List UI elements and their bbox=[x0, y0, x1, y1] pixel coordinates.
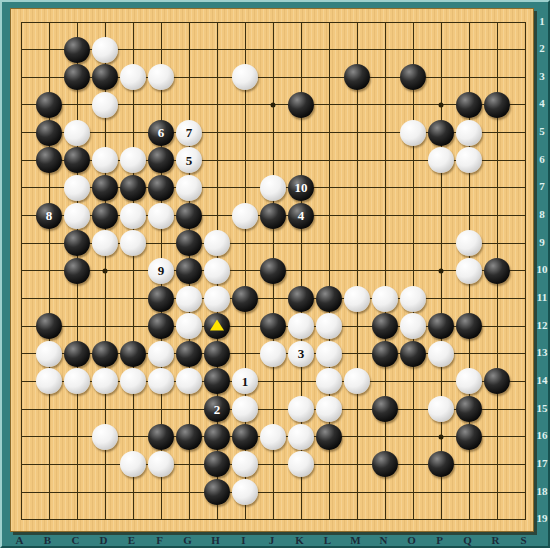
column-label-I: I bbox=[241, 534, 245, 546]
column-label-P: P bbox=[436, 534, 443, 546]
white-stone-G12[interactable] bbox=[176, 313, 202, 339]
white-stone-E3[interactable] bbox=[120, 64, 146, 90]
white-stone-J16[interactable] bbox=[260, 424, 286, 450]
move-number-label: 6 bbox=[158, 126, 165, 139]
white-stone-L12[interactable] bbox=[316, 313, 342, 339]
black-stone-F7[interactable] bbox=[148, 175, 174, 201]
black-stone-D13[interactable] bbox=[92, 341, 118, 367]
black-stone-P17[interactable] bbox=[428, 451, 454, 477]
row-label-18: 18 bbox=[537, 485, 548, 497]
white-stone-Q5[interactable] bbox=[456, 120, 482, 146]
black-stone-M3[interactable] bbox=[344, 64, 370, 90]
move-number-label: 1 bbox=[242, 375, 249, 388]
black-stone-Q15[interactable] bbox=[456, 396, 482, 422]
black-stone-B4[interactable] bbox=[36, 92, 62, 118]
row-label-6: 6 bbox=[539, 153, 545, 165]
white-stone-P13[interactable] bbox=[428, 341, 454, 367]
white-stone-Q6[interactable] bbox=[456, 147, 482, 173]
black-stone-C13[interactable] bbox=[64, 341, 90, 367]
star-point bbox=[271, 102, 276, 107]
column-label-E: E bbox=[128, 534, 135, 546]
black-stone-P5[interactable] bbox=[428, 120, 454, 146]
black-stone-K8[interactable]: 4 bbox=[288, 203, 314, 229]
column-label-S: S bbox=[520, 534, 526, 546]
black-stone-J12[interactable] bbox=[260, 313, 286, 339]
black-stone-F11[interactable] bbox=[148, 286, 174, 312]
grid-line-vertical bbox=[385, 22, 386, 521]
white-stone-L15[interactable] bbox=[316, 396, 342, 422]
grid-line-horizontal bbox=[21, 519, 526, 520]
grid-line-horizontal bbox=[21, 492, 526, 493]
move-number-label: 9 bbox=[158, 264, 165, 277]
white-stone-M11[interactable] bbox=[344, 286, 370, 312]
white-stone-Q10[interactable] bbox=[456, 258, 482, 284]
white-stone-J13[interactable] bbox=[260, 341, 286, 367]
white-stone-E6[interactable] bbox=[120, 147, 146, 173]
black-stone-H17[interactable] bbox=[204, 451, 230, 477]
black-stone-H15[interactable]: 2 bbox=[204, 396, 230, 422]
white-stone-C8[interactable] bbox=[64, 203, 90, 229]
row-label-2: 2 bbox=[539, 42, 545, 54]
white-stone-G5[interactable]: 7 bbox=[176, 120, 202, 146]
black-stone-K4[interactable] bbox=[288, 92, 314, 118]
white-stone-Q14[interactable] bbox=[456, 368, 482, 394]
black-stone-B8[interactable]: 8 bbox=[36, 203, 62, 229]
grid-line-vertical bbox=[413, 22, 414, 521]
white-stone-B13[interactable] bbox=[36, 341, 62, 367]
white-stone-I18[interactable] bbox=[232, 479, 258, 505]
black-stone-F16[interactable] bbox=[148, 424, 174, 450]
white-stone-B14[interactable] bbox=[36, 368, 62, 394]
black-stone-C10[interactable] bbox=[64, 258, 90, 284]
column-label-D: D bbox=[100, 534, 108, 546]
white-stone-E9[interactable] bbox=[120, 230, 146, 256]
move-number-label: 10 bbox=[295, 181, 308, 194]
white-stone-M14[interactable] bbox=[344, 368, 370, 394]
black-stone-C6[interactable] bbox=[64, 147, 90, 173]
go-game-window: 67510849312 ABCDEFGHIJKLMNOPQRS123456789… bbox=[0, 0, 550, 548]
column-label-J: J bbox=[269, 534, 275, 546]
column-label-N: N bbox=[380, 534, 388, 546]
white-stone-K15[interactable] bbox=[288, 396, 314, 422]
black-stone-O13[interactable] bbox=[400, 341, 426, 367]
black-stone-G9[interactable] bbox=[176, 230, 202, 256]
row-label-11: 11 bbox=[537, 291, 547, 303]
black-stone-C9[interactable] bbox=[64, 230, 90, 256]
white-stone-P15[interactable] bbox=[428, 396, 454, 422]
black-stone-Q4[interactable] bbox=[456, 92, 482, 118]
black-stone-G16[interactable] bbox=[176, 424, 202, 450]
white-stone-D6[interactable] bbox=[92, 147, 118, 173]
row-label-14: 14 bbox=[537, 374, 548, 386]
row-label-8: 8 bbox=[539, 208, 545, 220]
white-stone-O11[interactable] bbox=[400, 286, 426, 312]
white-stone-D4[interactable] bbox=[92, 92, 118, 118]
star-point bbox=[103, 268, 108, 273]
white-stone-K13[interactable]: 3 bbox=[288, 341, 314, 367]
white-stone-D14[interactable] bbox=[92, 368, 118, 394]
white-stone-G11[interactable] bbox=[176, 286, 202, 312]
black-stone-H18[interactable] bbox=[204, 479, 230, 505]
white-stone-J7[interactable] bbox=[260, 175, 286, 201]
white-stone-O5[interactable] bbox=[400, 120, 426, 146]
move-number-label: 3 bbox=[298, 347, 305, 360]
black-stone-J10[interactable] bbox=[260, 258, 286, 284]
black-stone-N13[interactable] bbox=[372, 341, 398, 367]
white-stone-D9[interactable] bbox=[92, 230, 118, 256]
column-label-M: M bbox=[350, 534, 360, 546]
triangle-marker-icon bbox=[210, 320, 224, 331]
grid-line-vertical bbox=[525, 22, 526, 521]
black-stone-F5[interactable]: 6 bbox=[148, 120, 174, 146]
white-stone-N11[interactable] bbox=[372, 286, 398, 312]
move-number-label: 5 bbox=[186, 154, 193, 167]
white-stone-K17[interactable] bbox=[288, 451, 314, 477]
row-label-5: 5 bbox=[539, 125, 545, 137]
move-number-label: 2 bbox=[214, 403, 221, 416]
black-stone-N15[interactable] bbox=[372, 396, 398, 422]
white-stone-H10[interactable] bbox=[204, 258, 230, 284]
row-label-15: 15 bbox=[537, 402, 548, 414]
column-label-R: R bbox=[492, 534, 500, 546]
black-stone-D7[interactable] bbox=[92, 175, 118, 201]
star-point bbox=[439, 102, 444, 107]
white-stone-E17[interactable] bbox=[120, 451, 146, 477]
row-label-12: 12 bbox=[537, 319, 548, 331]
grid-line-vertical bbox=[357, 22, 358, 521]
black-stone-F12[interactable] bbox=[148, 313, 174, 339]
white-stone-E14[interactable] bbox=[120, 368, 146, 394]
white-stone-I17[interactable] bbox=[232, 451, 258, 477]
black-stone-G8[interactable] bbox=[176, 203, 202, 229]
row-label-17: 17 bbox=[537, 457, 548, 469]
black-stone-O3[interactable] bbox=[400, 64, 426, 90]
black-stone-C3[interactable] bbox=[64, 64, 90, 90]
move-number-label: 4 bbox=[298, 209, 305, 222]
row-label-3: 3 bbox=[539, 70, 545, 82]
white-stone-F13[interactable] bbox=[148, 341, 174, 367]
white-stone-F3[interactable] bbox=[148, 64, 174, 90]
white-stone-H11[interactable] bbox=[204, 286, 230, 312]
white-stone-H9[interactable] bbox=[204, 230, 230, 256]
white-stone-I3[interactable] bbox=[232, 64, 258, 90]
column-label-Q: Q bbox=[463, 534, 472, 546]
white-stone-O12[interactable] bbox=[400, 313, 426, 339]
row-label-13: 13 bbox=[537, 346, 548, 358]
white-stone-I8[interactable] bbox=[232, 203, 258, 229]
column-label-B: B bbox=[44, 534, 51, 546]
black-stone-Q16[interactable] bbox=[456, 424, 482, 450]
black-stone-D8[interactable] bbox=[92, 203, 118, 229]
white-stone-D2[interactable] bbox=[92, 37, 118, 63]
black-stone-B5[interactable] bbox=[36, 120, 62, 146]
black-stone-B6[interactable] bbox=[36, 147, 62, 173]
black-stone-H12[interactable] bbox=[204, 313, 230, 339]
black-stone-R4[interactable] bbox=[484, 92, 510, 118]
black-stone-H13[interactable] bbox=[204, 341, 230, 367]
white-stone-C14[interactable] bbox=[64, 368, 90, 394]
column-label-O: O bbox=[407, 534, 416, 546]
white-stone-C5[interactable] bbox=[64, 120, 90, 146]
column-label-G: G bbox=[183, 534, 192, 546]
black-stone-K11[interactable] bbox=[288, 286, 314, 312]
black-stone-F6[interactable] bbox=[148, 147, 174, 173]
white-stone-D16[interactable] bbox=[92, 424, 118, 450]
grid-line-horizontal bbox=[21, 298, 526, 299]
black-stone-K7[interactable]: 10 bbox=[288, 175, 314, 201]
white-stone-F17[interactable] bbox=[148, 451, 174, 477]
white-stone-F8[interactable] bbox=[148, 203, 174, 229]
row-label-7: 7 bbox=[539, 180, 545, 192]
white-stone-P6[interactable] bbox=[428, 147, 454, 173]
white-stone-K16[interactable] bbox=[288, 424, 314, 450]
move-number-label: 8 bbox=[46, 209, 53, 222]
black-stone-B12[interactable] bbox=[36, 313, 62, 339]
row-label-10: 10 bbox=[537, 263, 548, 275]
black-stone-R14[interactable] bbox=[484, 368, 510, 394]
go-board[interactable]: 67510849312 bbox=[10, 8, 534, 532]
row-label-9: 9 bbox=[539, 236, 545, 248]
black-stone-E13[interactable] bbox=[120, 341, 146, 367]
white-stone-I14[interactable]: 1 bbox=[232, 368, 258, 394]
move-number-label: 7 bbox=[186, 126, 193, 139]
white-stone-Q9[interactable] bbox=[456, 230, 482, 256]
white-stone-K12[interactable] bbox=[288, 313, 314, 339]
white-stone-F10[interactable]: 9 bbox=[148, 258, 174, 284]
white-stone-L13[interactable] bbox=[316, 341, 342, 367]
column-label-C: C bbox=[72, 534, 80, 546]
row-label-16: 16 bbox=[537, 429, 548, 441]
black-stone-J8[interactable] bbox=[260, 203, 286, 229]
white-stone-E8[interactable] bbox=[120, 203, 146, 229]
black-stone-R10[interactable] bbox=[484, 258, 510, 284]
row-label-1: 1 bbox=[539, 15, 545, 27]
white-stone-L14[interactable] bbox=[316, 368, 342, 394]
column-label-F: F bbox=[156, 534, 163, 546]
white-stone-G14[interactable] bbox=[176, 368, 202, 394]
row-label-4: 4 bbox=[539, 97, 545, 109]
column-label-K: K bbox=[295, 534, 304, 546]
black-stone-I11[interactable] bbox=[232, 286, 258, 312]
white-stone-G7[interactable] bbox=[176, 175, 202, 201]
black-stone-L16[interactable] bbox=[316, 424, 342, 450]
black-stone-H16[interactable] bbox=[204, 424, 230, 450]
black-stone-D3[interactable] bbox=[92, 64, 118, 90]
white-stone-I15[interactable] bbox=[232, 396, 258, 422]
black-stone-C2[interactable] bbox=[64, 37, 90, 63]
white-stone-C7[interactable] bbox=[64, 175, 90, 201]
black-stone-G10[interactable] bbox=[176, 258, 202, 284]
black-stone-P12[interactable] bbox=[428, 313, 454, 339]
black-stone-E7[interactable] bbox=[120, 175, 146, 201]
white-stone-F14[interactable] bbox=[148, 368, 174, 394]
column-label-A: A bbox=[16, 534, 24, 546]
star-point bbox=[439, 434, 444, 439]
star-point bbox=[439, 268, 444, 273]
black-stone-I16[interactable] bbox=[232, 424, 258, 450]
black-stone-N12[interactable] bbox=[372, 313, 398, 339]
black-stone-H14[interactable] bbox=[204, 368, 230, 394]
white-stone-G6[interactable]: 5 bbox=[176, 147, 202, 173]
row-label-19: 19 bbox=[537, 512, 548, 524]
black-stone-G13[interactable] bbox=[176, 341, 202, 367]
column-label-H: H bbox=[211, 534, 220, 546]
column-label-L: L bbox=[324, 534, 331, 546]
black-stone-N17[interactable] bbox=[372, 451, 398, 477]
black-stone-Q12[interactable] bbox=[456, 313, 482, 339]
black-stone-L11[interactable] bbox=[316, 286, 342, 312]
